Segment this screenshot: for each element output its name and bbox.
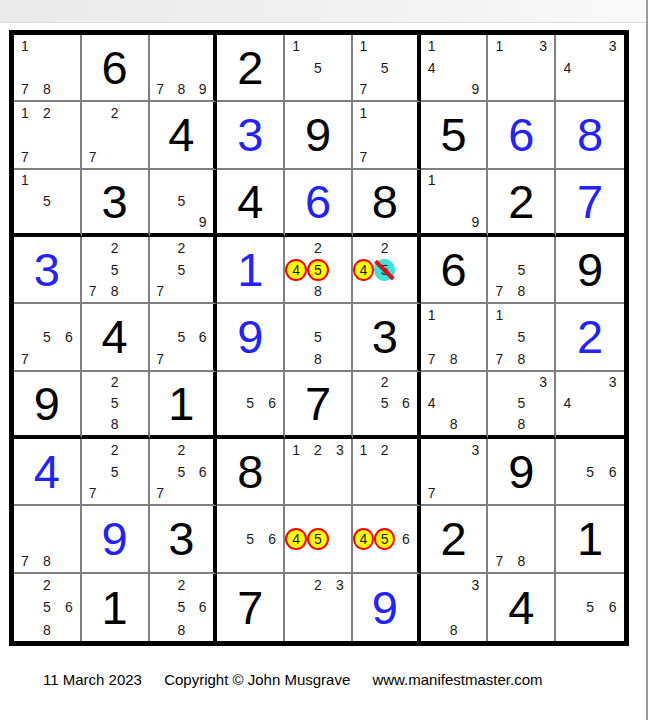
candidate-1: 1	[285, 439, 307, 461]
cell-r5c2[interactable]: 4	[82, 304, 150, 371]
candidate-5: 5	[171, 596, 192, 618]
solved-digit-3: 3	[14, 237, 80, 302]
candidate-5: 5	[579, 596, 602, 618]
given-digit-8: 8	[353, 170, 417, 233]
footer-website: www.manifestmaster.com	[372, 671, 542, 688]
candidate-7: 7	[353, 79, 374, 101]
cell-r4c5[interactable]: 2458	[285, 237, 353, 304]
given-digit-3: 3	[150, 506, 214, 571]
footer-date: 11 March 2023	[43, 671, 142, 688]
given-digit-5: 5	[421, 102, 487, 167]
cell-r2c7[interactable]: 5	[421, 102, 489, 169]
candidate-2: 2	[104, 237, 126, 259]
given-digit-9: 9	[556, 237, 624, 302]
given-digit-1: 1	[150, 372, 214, 435]
cell-r9c2[interactable]: 1	[82, 574, 150, 641]
cell-r6c8[interactable]: 358	[488, 372, 556, 439]
footer: 11 March 2023 Copyright © John Musgrave …	[43, 671, 560, 688]
candidate-7: 7	[150, 483, 171, 505]
candidate-1: 1	[421, 35, 443, 57]
cell-r1c3[interactable]: 789	[150, 35, 218, 102]
candidate-5: 5	[579, 461, 602, 483]
cell-r5c6[interactable]: 3	[353, 304, 421, 371]
cell-r3c5[interactable]: 6	[285, 170, 353, 237]
candidate-6: 6	[261, 528, 283, 550]
cell-r8c1[interactable]: 78	[14, 506, 82, 573]
candidate-2: 2	[36, 574, 58, 596]
cell-r1c8[interactable]: 13	[488, 35, 556, 102]
cell-r5c5[interactable]: 58	[285, 304, 353, 371]
cell-r1c2[interactable]: 6	[82, 35, 150, 102]
candidate-7: 7	[82, 483, 104, 505]
cell-r3c4[interactable]: 4	[217, 170, 285, 237]
candidate-5-circled: 5	[374, 528, 395, 550]
cell-r1c6[interactable]: 157	[353, 35, 421, 102]
candidate-6: 6	[395, 393, 416, 414]
cell-r8c8[interactable]: 78	[488, 506, 556, 573]
candidate-6: 6	[192, 596, 213, 618]
candidate-9: 9	[192, 79, 213, 101]
cell-r6c9[interactable]: 34	[556, 372, 624, 439]
candidate-6: 6	[192, 326, 213, 348]
cell-r2c8[interactable]: 6	[488, 102, 556, 169]
given-digit-4: 4	[82, 304, 148, 369]
given-digit-4: 4	[150, 102, 214, 167]
solved-digit-9: 9	[353, 574, 417, 641]
candidate-2: 2	[104, 439, 126, 461]
solved-digit-9: 9	[82, 506, 148, 571]
candidate-4: 4	[556, 57, 579, 79]
cell-r9c5[interactable]: 23	[285, 574, 353, 641]
candidate-2: 2	[374, 372, 395, 393]
solved-digit-8: 8	[556, 102, 624, 167]
candidate-5: 5	[104, 259, 126, 281]
cell-r6c6[interactable]: 256	[353, 372, 421, 439]
candidate-5: 5	[104, 393, 126, 414]
cell-r3c7[interactable]: 19	[421, 170, 489, 237]
cell-r4c1[interactable]: 3	[14, 237, 82, 304]
candidate-5: 5	[104, 461, 126, 483]
candidate-2: 2	[104, 102, 126, 124]
candidate-1: 1	[14, 102, 36, 124]
candidate-3: 3	[601, 35, 624, 57]
cell-r8c2[interactable]: 9	[82, 506, 150, 573]
cell-r3c3[interactable]: 59	[150, 170, 218, 237]
cell-r2c2[interactable]: 27	[82, 102, 150, 169]
candidate-4: 4	[556, 393, 579, 414]
cell-r9c6[interactable]: 9	[353, 574, 421, 641]
candidate-5: 5	[374, 57, 395, 79]
candidate-6: 6	[58, 596, 80, 618]
candidate-5: 5	[307, 326, 329, 348]
cell-r9c3[interactable]: 2568	[150, 574, 218, 641]
candidate-5-eliminated: 5	[374, 259, 395, 281]
candidate-5: 5	[510, 393, 532, 414]
candidate-5: 5	[307, 57, 329, 79]
candidate-2: 2	[104, 372, 126, 393]
given-digit-7: 7	[217, 574, 283, 641]
candidate-8: 8	[104, 281, 126, 303]
candidate-7: 7	[82, 281, 104, 303]
footer-copyright: Copyright © John Musgrave	[164, 671, 350, 688]
candidate-8: 8	[510, 348, 532, 370]
candidate-1: 1	[488, 304, 510, 326]
candidate-9: 9	[465, 212, 487, 233]
candidate-7: 7	[488, 281, 510, 303]
candidate-8: 8	[510, 281, 532, 303]
solved-digit-4: 4	[14, 439, 80, 504]
candidate-2: 2	[307, 237, 329, 259]
cell-r8c6[interactable]: 456	[353, 506, 421, 573]
cell-r8c9[interactable]: 1	[556, 506, 624, 573]
cell-r5c4[interactable]: 9	[217, 304, 285, 371]
candidate-7: 7	[421, 348, 443, 370]
given-digit-2: 2	[217, 35, 283, 100]
candidate-5: 5	[36, 326, 58, 348]
cell-r2c9[interactable]: 8	[556, 102, 624, 169]
candidate-6: 6	[395, 528, 416, 550]
candidate-7: 7	[421, 483, 443, 505]
candidate-4-circled: 4	[285, 259, 307, 281]
cell-r4c3[interactable]: 257	[150, 237, 218, 304]
cell-r1c5[interactable]: 15	[285, 35, 353, 102]
candidate-7: 7	[14, 550, 36, 572]
candidate-1: 1	[353, 102, 374, 124]
cell-r3c6[interactable]: 8	[353, 170, 421, 237]
cell-r5c3[interactable]: 567	[150, 304, 218, 371]
solved-digit-2: 2	[556, 304, 624, 369]
solved-digit-7: 7	[556, 170, 624, 233]
candidate-3: 3	[465, 439, 487, 461]
candidate-8: 8	[36, 619, 58, 641]
given-digit-1: 1	[82, 574, 148, 641]
candidate-8: 8	[443, 414, 465, 435]
candidate-1: 1	[285, 35, 307, 57]
cell-r3c8[interactable]: 2	[488, 170, 556, 237]
given-digit-3: 3	[353, 304, 417, 369]
candidate-1: 1	[353, 439, 374, 461]
candidate-7: 7	[150, 348, 171, 370]
candidate-8: 8	[307, 281, 329, 303]
candidate-9: 9	[192, 212, 213, 233]
candidate-8: 8	[307, 348, 329, 370]
cell-r6c4[interactable]: 56	[217, 372, 285, 439]
candidate-8: 8	[104, 414, 126, 435]
candidate-8: 8	[171, 619, 192, 641]
cell-r6c2[interactable]: 258	[82, 372, 150, 439]
cell-r7c3[interactable]: 2567	[150, 439, 218, 506]
candidate-5: 5	[171, 191, 192, 212]
cell-r7c7[interactable]: 37	[421, 439, 489, 506]
given-digit-7: 7	[285, 372, 351, 435]
sudoku-grid: 1786789215157149133412727439175681535946…	[9, 30, 629, 646]
cell-r4c8[interactable]: 578	[488, 237, 556, 304]
cell-r5c9[interactable]: 2	[556, 304, 624, 371]
cell-r8c4[interactable]: 56	[217, 506, 285, 573]
cell-r7c4[interactable]: 8	[217, 439, 285, 506]
cell-r5c8[interactable]: 1578	[488, 304, 556, 371]
candidate-5: 5	[171, 326, 192, 348]
solved-digit-6: 6	[285, 170, 351, 233]
candidate-5: 5	[36, 191, 58, 212]
window-right-edge	[646, 0, 648, 720]
cell-r3c9[interactable]: 7	[556, 170, 624, 237]
candidate-5: 5	[239, 528, 261, 550]
candidate-2: 2	[307, 439, 329, 461]
candidate-2: 2	[374, 237, 395, 259]
candidate-2: 2	[307, 574, 329, 596]
candidate-5: 5	[171, 259, 192, 281]
candidate-9: 9	[465, 79, 487, 101]
candidate-7: 7	[150, 79, 171, 101]
given-digit-9: 9	[14, 372, 80, 435]
cell-r6c5[interactable]: 7	[285, 372, 353, 439]
cell-r2c5[interactable]: 9	[285, 102, 353, 169]
candidate-7: 7	[14, 79, 36, 101]
cell-r7c8[interactable]: 9	[488, 439, 556, 506]
cell-r7c6[interactable]: 12	[353, 439, 421, 506]
cell-r8c7[interactable]: 2	[421, 506, 489, 573]
candidate-1: 1	[488, 35, 510, 57]
given-digit-2: 2	[421, 506, 487, 571]
cell-r3c1[interactable]: 15	[14, 170, 82, 237]
given-digit-4: 4	[488, 574, 554, 641]
given-digit-3: 3	[82, 170, 148, 233]
candidate-5: 5	[510, 326, 532, 348]
candidate-1: 1	[353, 35, 374, 57]
cell-r9c1[interactable]: 2568	[14, 574, 82, 641]
cell-r8c5[interactable]: 45	[285, 506, 353, 573]
window-titlebar	[0, 0, 647, 23]
cell-r5c7[interactable]: 178	[421, 304, 489, 371]
candidate-3: 3	[329, 574, 351, 596]
cell-r9c9[interactable]: 56	[556, 574, 624, 641]
given-digit-6: 6	[82, 35, 148, 100]
given-digit-2: 2	[488, 170, 554, 233]
given-digit-1: 1	[556, 506, 624, 571]
given-digit-9: 9	[285, 102, 351, 167]
candidate-5: 5	[510, 259, 532, 281]
candidate-2: 2	[171, 439, 192, 461]
cell-r2c4[interactable]: 3	[217, 102, 285, 169]
candidate-7: 7	[150, 281, 171, 303]
candidate-1: 1	[421, 170, 443, 191]
cell-r3c2[interactable]: 3	[82, 170, 150, 237]
candidate-1: 1	[14, 35, 36, 57]
candidate-5-circled: 5	[307, 528, 329, 550]
candidate-4: 4	[421, 57, 443, 79]
given-digit-4: 4	[217, 170, 283, 233]
cell-r5c1[interactable]: 567	[14, 304, 82, 371]
candidate-3: 3	[329, 439, 351, 461]
cell-r6c3[interactable]: 1	[150, 372, 218, 439]
cell-r4c9[interactable]: 9	[556, 237, 624, 304]
candidate-8: 8	[510, 550, 532, 572]
candidate-3: 3	[465, 574, 487, 596]
solved-digit-1: 1	[217, 237, 283, 302]
solved-digit-6: 6	[488, 102, 554, 167]
cell-r2c6[interactable]: 17	[353, 102, 421, 169]
candidate-2: 2	[36, 102, 58, 124]
candidate-5: 5	[171, 461, 192, 483]
given-digit-9: 9	[488, 439, 554, 504]
candidate-3: 3	[532, 35, 554, 57]
cell-r9c7[interactable]: 38	[421, 574, 489, 641]
candidate-8: 8	[171, 79, 192, 101]
candidate-5: 5	[239, 393, 261, 414]
cell-r7c1[interactable]: 4	[14, 439, 82, 506]
candidate-2: 2	[171, 237, 192, 259]
candidate-8: 8	[443, 348, 465, 370]
candidate-7: 7	[488, 550, 510, 572]
candidate-1: 1	[14, 170, 36, 191]
given-digit-6: 6	[421, 237, 487, 302]
cell-r1c1[interactable]: 178	[14, 35, 82, 102]
candidate-6: 6	[601, 596, 624, 618]
candidate-7: 7	[14, 348, 36, 370]
cell-r6c7[interactable]: 48	[421, 372, 489, 439]
cell-r1c7[interactable]: 149	[421, 35, 489, 102]
cell-r1c4[interactable]: 2	[217, 35, 285, 102]
candidate-4-circled: 4	[285, 528, 307, 550]
candidate-6: 6	[601, 461, 624, 483]
candidate-4-circled: 4	[353, 528, 374, 550]
candidate-8: 8	[36, 550, 58, 572]
candidate-7: 7	[488, 348, 510, 370]
candidate-8: 8	[36, 79, 58, 101]
cell-r4c6[interactable]: 245	[353, 237, 421, 304]
candidate-8: 8	[443, 619, 465, 641]
candidate-3: 3	[601, 372, 624, 393]
cell-r9c4[interactable]: 7	[217, 574, 285, 641]
candidate-5: 5	[374, 393, 395, 414]
cell-r7c2[interactable]: 257	[82, 439, 150, 506]
candidate-6: 6	[58, 326, 80, 348]
candidate-6: 6	[261, 393, 283, 414]
candidate-7: 7	[82, 146, 104, 168]
cell-r7c5[interactable]: 123	[285, 439, 353, 506]
cell-r7c9[interactable]: 56	[556, 439, 624, 506]
solved-digit-3: 3	[217, 102, 283, 167]
cell-r2c1[interactable]: 127	[14, 102, 82, 169]
cell-r9c8[interactable]: 4	[488, 574, 556, 641]
cell-r1c9[interactable]: 34	[556, 35, 624, 102]
candidate-1: 1	[421, 304, 443, 326]
cell-r4c2[interactable]: 2578	[82, 237, 150, 304]
cell-r4c4[interactable]: 1	[217, 237, 285, 304]
given-digit-8: 8	[217, 439, 283, 504]
cell-r8c3[interactable]: 3	[150, 506, 218, 573]
candidate-7: 7	[353, 146, 374, 168]
candidate-5: 5	[36, 596, 58, 618]
cell-r6c1[interactable]: 9	[14, 372, 82, 439]
cell-r4c7[interactable]: 6	[421, 237, 489, 304]
candidate-4: 4	[421, 393, 443, 414]
candidate-2: 2	[171, 574, 192, 596]
candidate-8: 8	[510, 414, 532, 435]
cell-r2c3[interactable]: 4	[150, 102, 218, 169]
solved-digit-9: 9	[217, 304, 283, 369]
candidate-3: 3	[532, 372, 554, 393]
candidate-6: 6	[192, 461, 213, 483]
candidate-7: 7	[14, 146, 36, 168]
candidate-2: 2	[374, 439, 395, 461]
candidate-4-circled: 4	[353, 259, 374, 281]
candidate-5-circled: 5	[307, 259, 329, 281]
